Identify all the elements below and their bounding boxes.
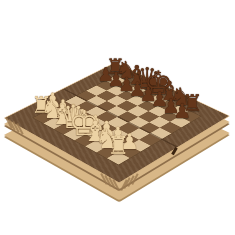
chess-board xyxy=(4,62,230,183)
product-photo-chess-set: ♜♞♟♝♟♛♟♚♟♝♟♞♟♟♜♟♟♜♟♟♞♟♝♟♛♟♚♟♝♟♞♜ xyxy=(0,0,235,235)
